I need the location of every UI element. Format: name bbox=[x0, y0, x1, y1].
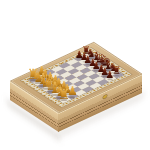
chess-box-photo: ♜♞♝♛♚♝♞♜♟♟♟♟♟♟♟♟♟♟♟♟♟♟♟♟♜♞♝♛♚♝♞♜ bbox=[0, 0, 150, 150]
brass-latch bbox=[103, 94, 107, 99]
